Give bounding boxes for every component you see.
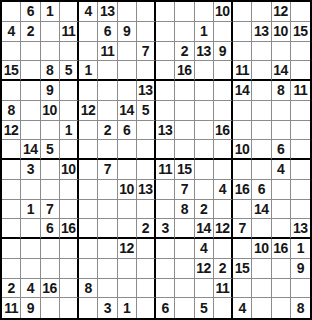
cell-r1c7[interactable] [118, 2, 137, 22]
given-number: 3 [27, 162, 34, 176]
cell-r6c16[interactable] [291, 101, 310, 121]
given-number: 14 [273, 63, 288, 77]
cell-r12c7[interactable] [118, 219, 137, 239]
cell-r4c14[interactable] [252, 61, 271, 81]
cell-r9c4[interactable]: 10 [60, 160, 79, 180]
cell-r7c2[interactable] [21, 121, 40, 141]
given-number: 16 [235, 182, 250, 196]
cell-r4c8[interactable] [137, 61, 156, 81]
cell-r6c9[interactable] [156, 101, 175, 121]
cell-r8c13[interactable]: 10 [233, 140, 252, 160]
cell-r15c7[interactable] [118, 279, 137, 299]
cell-r1c8[interactable] [137, 2, 156, 22]
cell-r3c3[interactable] [41, 42, 60, 62]
cell-r13c11[interactable]: 4 [195, 239, 214, 259]
given-number: 2 [219, 261, 226, 275]
cell-r6c5[interactable]: 12 [79, 101, 98, 121]
cell-r13c4[interactable] [60, 239, 79, 259]
given-number: 10 [119, 182, 134, 196]
cell-r12c8[interactable]: 2 [137, 219, 156, 239]
cell-r12c15[interactable] [272, 219, 291, 239]
cell-r11c13[interactable] [233, 200, 252, 220]
cell-r1c16[interactable] [291, 2, 310, 22]
cell-r6c13[interactable] [233, 101, 252, 121]
cell-r16c9[interactable]: 6 [156, 298, 175, 318]
cell-r9c13[interactable] [233, 160, 252, 180]
cell-r3c2[interactable] [21, 42, 40, 62]
cell-r6c3[interactable]: 10 [41, 101, 60, 121]
cell-r4c13[interactable]: 11 [233, 61, 252, 81]
cell-r1c3[interactable]: 1 [41, 2, 60, 22]
given-number: 2 [200, 202, 207, 216]
cell-r11c16[interactable] [291, 200, 310, 220]
given-number: 11 [100, 44, 114, 58]
cell-r7c3[interactable] [41, 121, 60, 141]
cell-r10c14[interactable]: 6 [252, 180, 271, 200]
cell-r11c8[interactable] [137, 200, 156, 220]
cell-r6c6[interactable] [98, 101, 117, 121]
cell-r1c1[interactable] [2, 2, 21, 22]
given-number: 2 [7, 281, 14, 295]
cell-r4c15[interactable]: 14 [272, 61, 291, 81]
cell-r7c6[interactable]: 2 [98, 121, 117, 141]
cell-r14c12[interactable]: 2 [214, 259, 233, 279]
cell-r2c3[interactable] [41, 22, 60, 42]
given-number: 5 [142, 103, 149, 117]
given-number: 8 [84, 281, 91, 295]
cell-r8c6[interactable] [98, 140, 117, 160]
sudoku-board: 6141310124211691131015117213915851161114… [0, 0, 312, 320]
given-number: 14 [235, 83, 250, 97]
cell-r3c4[interactable] [60, 42, 79, 62]
cell-r14c2[interactable] [21, 259, 40, 279]
cell-r4c11[interactable] [195, 61, 214, 81]
cell-r13c15[interactable]: 16 [272, 239, 291, 259]
cell-r5c11[interactable] [195, 81, 214, 101]
cell-r14c16[interactable]: 9 [291, 259, 310, 279]
given-number: 7 [142, 44, 149, 58]
cell-r7c16[interactable] [291, 121, 310, 141]
cell-r11c7[interactable] [118, 200, 137, 220]
cell-r15c14[interactable] [252, 279, 271, 299]
cell-r13c12[interactable] [214, 239, 233, 259]
given-number: 4 [238, 301, 245, 315]
cell-r1c9[interactable] [156, 2, 175, 22]
cell-r5c15[interactable]: 8 [272, 81, 291, 101]
cell-r15c16[interactable] [291, 279, 310, 299]
given-number: 10 [215, 4, 230, 18]
cell-r1c10[interactable] [175, 2, 194, 22]
given-number: 9 [297, 261, 304, 275]
cell-r6c12[interactable] [214, 101, 233, 121]
cell-r14c5[interactable] [79, 259, 98, 279]
cell-r12c13[interactable]: 7 [233, 219, 252, 239]
cell-r3c13[interactable] [233, 42, 252, 62]
cell-r10c8[interactable]: 13 [137, 180, 156, 200]
cell-r5c7[interactable] [118, 81, 137, 101]
cell-r9c12[interactable] [214, 160, 233, 180]
cell-r15c8[interactable] [137, 279, 156, 299]
cell-r14c9[interactable] [156, 259, 175, 279]
cell-r7c14[interactable] [252, 121, 271, 141]
cell-r1c5[interactable]: 4 [79, 2, 98, 22]
cell-r9c3[interactable] [41, 160, 60, 180]
cell-r1c11[interactable] [195, 2, 214, 22]
cell-r12c11[interactable]: 14 [195, 219, 214, 239]
given-number: 9 [27, 301, 34, 315]
cell-r6c15[interactable] [272, 101, 291, 121]
cell-r8c7[interactable] [118, 140, 137, 160]
given-number: 6 [277, 142, 284, 156]
cell-r10c4[interactable] [60, 180, 79, 200]
cell-r15c9[interactable] [156, 279, 175, 299]
cell-r3c14[interactable] [252, 42, 271, 62]
cell-r14c14[interactable] [252, 259, 271, 279]
given-number: 1 [65, 123, 72, 137]
cell-r13c8[interactable] [137, 239, 156, 259]
cell-r15c15[interactable] [272, 279, 291, 299]
cell-r7c9[interactable]: 13 [156, 121, 175, 141]
cell-r13c13[interactable] [233, 239, 252, 259]
cell-r9c14[interactable] [252, 160, 271, 180]
cell-r10c15[interactable] [272, 180, 291, 200]
cell-r1c15[interactable]: 12 [272, 2, 291, 22]
cell-r12c3[interactable]: 6 [41, 219, 60, 239]
cell-r5c4[interactable] [60, 81, 79, 101]
cell-r15c11[interactable] [195, 279, 214, 299]
cell-r11c11[interactable]: 2 [195, 200, 214, 220]
cell-r5c2[interactable] [21, 81, 40, 101]
cell-r13c2[interactable] [21, 239, 40, 259]
cell-r8c12[interactable] [214, 140, 233, 160]
cell-r10c9[interactable] [156, 180, 175, 200]
cell-r14c1[interactable] [2, 259, 21, 279]
cell-r16c13[interactable]: 4 [233, 298, 252, 318]
cell-r6c14[interactable] [252, 101, 271, 121]
cell-r5c14[interactable] [252, 81, 271, 101]
cell-r16c1[interactable]: 11 [2, 298, 21, 318]
cell-r9c1[interactable] [2, 160, 21, 180]
cell-r4c6[interactable] [98, 61, 117, 81]
cell-r7c15[interactable] [272, 121, 291, 141]
cell-r15c5[interactable]: 8 [79, 279, 98, 299]
cell-r11c4[interactable] [60, 200, 79, 220]
cell-r16c4[interactable] [60, 298, 79, 318]
cell-r2c2[interactable]: 2 [21, 22, 40, 42]
cell-r8c3[interactable]: 5 [41, 140, 60, 160]
cell-r4c10[interactable]: 16 [175, 61, 194, 81]
cell-r6c10[interactable] [175, 101, 194, 121]
given-number: 14 [23, 142, 38, 156]
cell-r12c2[interactable] [21, 219, 40, 239]
cell-r10c13[interactable]: 16 [233, 180, 252, 200]
cell-r7c1[interactable]: 12 [2, 121, 21, 141]
cell-r15c10[interactable] [175, 279, 194, 299]
cell-r6c11[interactable] [195, 101, 214, 121]
cell-r9c15[interactable]: 4 [272, 160, 291, 180]
cell-r14c8[interactable] [137, 259, 156, 279]
cell-r12c16[interactable]: 13 [291, 219, 310, 239]
cell-r2c8[interactable] [137, 22, 156, 42]
cell-r15c12[interactable]: 11 [214, 279, 233, 299]
cell-r15c1[interactable]: 2 [2, 279, 21, 299]
given-number: 13 [196, 44, 211, 58]
cell-r16c14[interactable] [252, 298, 271, 318]
cell-r3c15[interactable] [272, 42, 291, 62]
cell-r3c1[interactable] [2, 42, 21, 62]
cell-r10c10[interactable]: 7 [175, 180, 194, 200]
cell-r12c10[interactable] [175, 219, 194, 239]
given-number: 1 [297, 241, 304, 255]
cell-r10c12[interactable]: 4 [214, 180, 233, 200]
cell-r7c8[interactable] [137, 121, 156, 141]
cell-r14c6[interactable] [98, 259, 117, 279]
cell-r14c10[interactable] [175, 259, 194, 279]
cell-r16c12[interactable] [214, 298, 233, 318]
cell-r14c15[interactable] [272, 259, 291, 279]
cell-r6c7[interactable]: 14 [118, 101, 137, 121]
cell-r10c6[interactable] [98, 180, 117, 200]
cell-r14c4[interactable] [60, 259, 79, 279]
cell-r2c11[interactable]: 1 [195, 22, 214, 42]
cell-r5c12[interactable] [214, 81, 233, 101]
cell-r7c10[interactable] [175, 121, 194, 141]
cell-r16c5[interactable] [79, 298, 98, 318]
cell-r9c8[interactable] [137, 160, 156, 180]
given-number: 13 [138, 182, 153, 196]
given-number: 16 [273, 241, 288, 255]
cell-r5c1[interactable] [2, 81, 21, 101]
cell-r8c11[interactable] [195, 140, 214, 160]
cell-r4c1[interactable]: 15 [2, 61, 21, 81]
cell-r9c7[interactable] [118, 160, 137, 180]
cell-r8c16[interactable] [291, 140, 310, 160]
cell-r13c1[interactable] [2, 239, 21, 259]
cell-r7c11[interactable] [195, 121, 214, 141]
cell-r2c10[interactable] [175, 22, 194, 42]
cell-r1c13[interactable] [233, 2, 252, 22]
given-number: 13 [293, 221, 308, 235]
cell-r8c8[interactable] [137, 140, 156, 160]
given-number: 11 [61, 24, 75, 38]
cell-r10c3[interactable] [41, 180, 60, 200]
cell-r7c5[interactable] [79, 121, 98, 141]
given-number: 4 [219, 182, 226, 196]
cell-r11c12[interactable] [214, 200, 233, 220]
cell-r5c5[interactable] [79, 81, 98, 101]
cell-r4c9[interactable] [156, 61, 175, 81]
cell-r6c4[interactable] [60, 101, 79, 121]
cell-r3c7[interactable] [118, 42, 137, 62]
cell-r16c2[interactable]: 9 [21, 298, 40, 318]
cell-r16c7[interactable]: 1 [118, 298, 137, 318]
cell-r3c16[interactable] [291, 42, 310, 62]
cell-r10c1[interactable] [2, 180, 21, 200]
cell-r16c16[interactable]: 8 [291, 298, 310, 318]
given-number: 8 [297, 301, 304, 315]
cell-r6c2[interactable] [21, 101, 40, 121]
cell-r2c1[interactable]: 4 [2, 22, 21, 42]
cell-r13c5[interactable] [79, 239, 98, 259]
given-number: 5 [46, 142, 53, 156]
cell-r12c6[interactable] [98, 219, 117, 239]
cell-r5c6[interactable] [98, 81, 117, 101]
cell-r12c1[interactable] [2, 219, 21, 239]
cell-r8c10[interactable] [175, 140, 194, 160]
cell-r2c15[interactable]: 10 [272, 22, 291, 42]
cell-r2c6[interactable]: 6 [98, 22, 117, 42]
cell-r5c16[interactable]: 11 [291, 81, 310, 101]
cell-r11c6[interactable] [98, 200, 117, 220]
cell-r4c7[interactable] [118, 61, 137, 81]
given-number: 7 [46, 202, 53, 216]
cell-r4c4[interactable]: 5 [60, 61, 79, 81]
given-number: 4 [277, 162, 284, 176]
cell-r13c6[interactable] [98, 239, 117, 259]
cell-r15c3[interactable]: 16 [41, 279, 60, 299]
cell-r2c7[interactable]: 9 [118, 22, 137, 42]
cell-r8c14[interactable] [252, 140, 271, 160]
cell-r15c2[interactable]: 4 [21, 279, 40, 299]
cell-r14c11[interactable]: 12 [195, 259, 214, 279]
cell-r10c2[interactable] [21, 180, 40, 200]
cell-r5c10[interactable] [175, 81, 194, 101]
cell-r7c12[interactable]: 16 [214, 121, 233, 141]
cell-r6c1[interactable]: 8 [2, 101, 21, 121]
given-number: 2 [181, 44, 188, 58]
cell-r7c7[interactable]: 6 [118, 121, 137, 141]
given-number: 15 [293, 24, 308, 38]
cell-r2c13[interactable] [233, 22, 252, 42]
cell-r10c5[interactable] [79, 180, 98, 200]
given-number: 9 [123, 24, 130, 38]
cell-r16c11[interactable]: 5 [195, 298, 214, 318]
cell-r1c2[interactable]: 6 [21, 2, 40, 22]
cell-r7c13[interactable] [233, 121, 252, 141]
cell-r2c4[interactable]: 11 [60, 22, 79, 42]
cell-r1c14[interactable] [252, 2, 271, 22]
cell-r13c7[interactable]: 12 [118, 239, 137, 259]
cell-r13c14[interactable]: 10 [252, 239, 271, 259]
given-number: 16 [61, 221, 76, 235]
cell-r8c15[interactable]: 6 [272, 140, 291, 160]
cell-r3c5[interactable] [79, 42, 98, 62]
cell-r10c11[interactable] [195, 180, 214, 200]
cell-r11c3[interactable]: 7 [41, 200, 60, 220]
cell-r3c6[interactable]: 11 [98, 42, 117, 62]
cell-r2c14[interactable]: 13 [252, 22, 271, 42]
cell-r5c13[interactable]: 14 [233, 81, 252, 101]
cell-r15c4[interactable] [60, 279, 79, 299]
cell-r9c6[interactable]: 7 [98, 160, 117, 180]
cell-r11c15[interactable] [272, 200, 291, 220]
cell-r14c13[interactable]: 15 [233, 259, 252, 279]
given-number: 15 [177, 162, 192, 176]
cell-r9c16[interactable] [291, 160, 310, 180]
cell-r5c9[interactable] [156, 81, 175, 101]
given-number: 6 [123, 123, 130, 137]
cell-r11c2[interactable]: 1 [21, 200, 40, 220]
cell-r12c4[interactable]: 16 [60, 219, 79, 239]
cell-r4c12[interactable] [214, 61, 233, 81]
cell-r9c11[interactable] [195, 160, 214, 180]
cell-r9c9[interactable]: 11 [156, 160, 175, 180]
cell-r11c5[interactable] [79, 200, 98, 220]
cell-r11c1[interactable] [2, 200, 21, 220]
cell-r8c2[interactable]: 14 [21, 140, 40, 160]
given-number: 11 [4, 301, 18, 315]
cell-r7c4[interactable]: 1 [60, 121, 79, 141]
cell-r8c4[interactable] [60, 140, 79, 160]
cell-r12c14[interactable] [252, 219, 271, 239]
cell-r1c12[interactable]: 10 [214, 2, 233, 22]
cell-r10c16[interactable] [291, 180, 310, 200]
cell-r14c3[interactable] [41, 259, 60, 279]
cell-r4c16[interactable] [291, 61, 310, 81]
cell-r15c13[interactable] [233, 279, 252, 299]
cell-r6c8[interactable]: 5 [137, 101, 156, 121]
cell-r12c5[interactable] [79, 219, 98, 239]
cell-r3c11[interactable]: 13 [195, 42, 214, 62]
cell-r16c8[interactable] [137, 298, 156, 318]
cell-r13c10[interactable] [175, 239, 194, 259]
cell-r2c16[interactable]: 15 [291, 22, 310, 42]
given-number: 6 [27, 4, 34, 18]
cell-r13c16[interactable]: 1 [291, 239, 310, 259]
cell-r4c3[interactable]: 8 [41, 61, 60, 81]
given-number: 10 [273, 24, 288, 38]
cell-r9c10[interactable]: 15 [175, 160, 194, 180]
cell-r5c3[interactable]: 9 [41, 81, 60, 101]
cell-r3c12[interactable]: 9 [214, 42, 233, 62]
cell-r2c12[interactable] [214, 22, 233, 42]
cell-r14c7[interactable] [118, 259, 137, 279]
given-number: 8 [46, 63, 53, 77]
cell-r10c7[interactable]: 10 [118, 180, 137, 200]
cell-r9c2[interactable]: 3 [21, 160, 40, 180]
cell-r8c9[interactable] [156, 140, 175, 160]
cell-r16c10[interactable] [175, 298, 194, 318]
cell-r3c9[interactable] [156, 42, 175, 62]
cell-r12c12[interactable]: 12 [214, 219, 233, 239]
cell-r11c14[interactable]: 14 [252, 200, 271, 220]
cell-r5c8[interactable]: 13 [137, 81, 156, 101]
cell-r4c2[interactable] [21, 61, 40, 81]
cell-r1c6[interactable]: 13 [98, 2, 117, 22]
cell-r13c9[interactable] [156, 239, 175, 259]
cell-r12c9[interactable]: 3 [156, 219, 175, 239]
cell-r15c6[interactable] [98, 279, 117, 299]
cell-r11c9[interactable] [156, 200, 175, 220]
given-number: 5 [200, 301, 207, 315]
cell-r8c5[interactable] [79, 140, 98, 160]
cell-r16c15[interactable] [272, 298, 291, 318]
cell-r13c3[interactable] [41, 239, 60, 259]
cell-r16c6[interactable]: 3 [98, 298, 117, 318]
cell-r2c9[interactable] [156, 22, 175, 42]
cell-r16c3[interactable] [41, 298, 60, 318]
cell-r2c5[interactable] [79, 22, 98, 42]
given-number: 14 [254, 202, 269, 216]
cell-r11c10[interactable]: 8 [175, 200, 194, 220]
cell-r3c8[interactable]: 7 [137, 42, 156, 62]
cell-r4c5[interactable]: 1 [79, 61, 98, 81]
cell-r3c10[interactable]: 2 [175, 42, 194, 62]
cell-r9c5[interactable] [79, 160, 98, 180]
cell-r1c4[interactable] [60, 2, 79, 22]
given-number: 15 [4, 63, 19, 77]
cell-r8c1[interactable] [2, 140, 21, 160]
